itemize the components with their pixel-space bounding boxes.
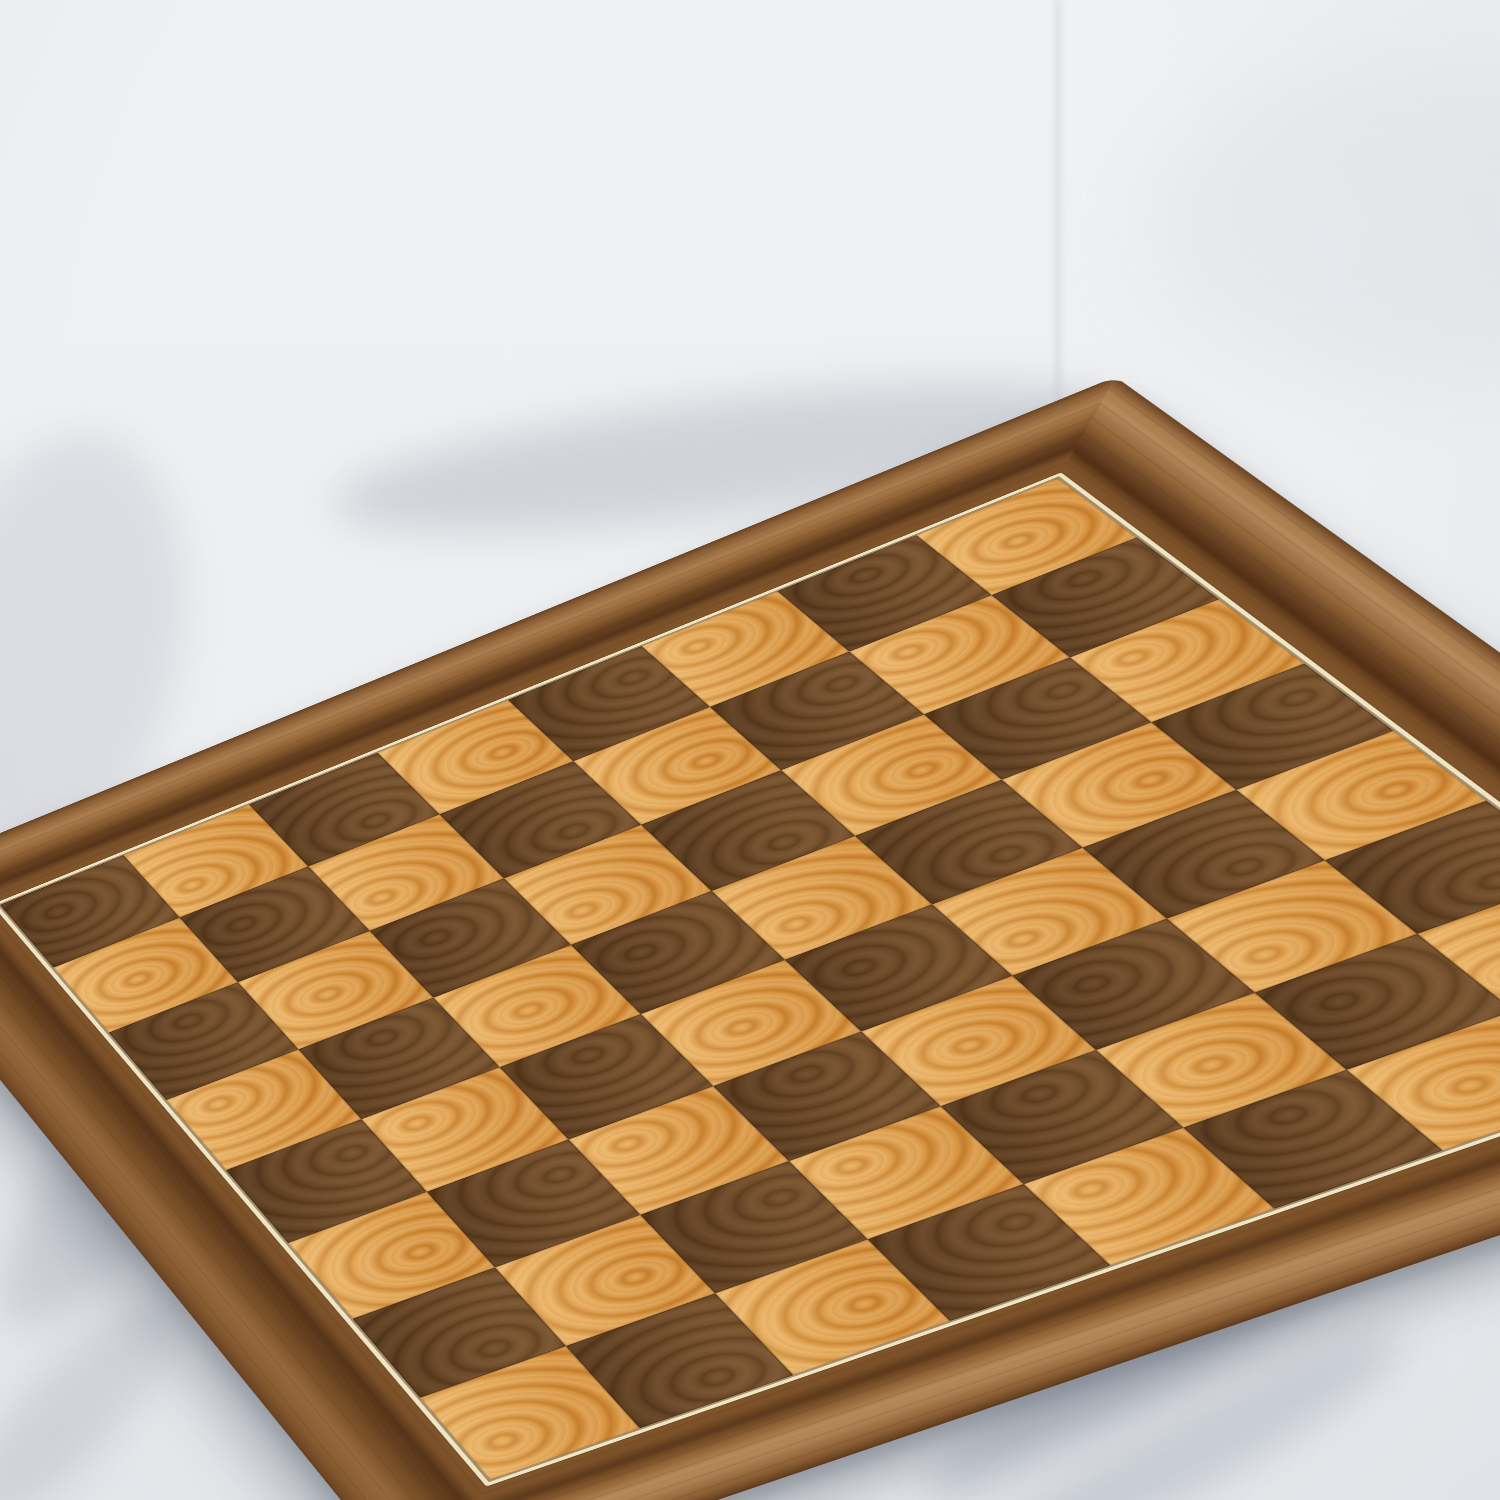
fabric-shadow <box>1150 60 1500 380</box>
fabric-seam <box>1056 0 1060 400</box>
scene <box>0 0 1500 1500</box>
chessboard <box>0 377 1500 1500</box>
